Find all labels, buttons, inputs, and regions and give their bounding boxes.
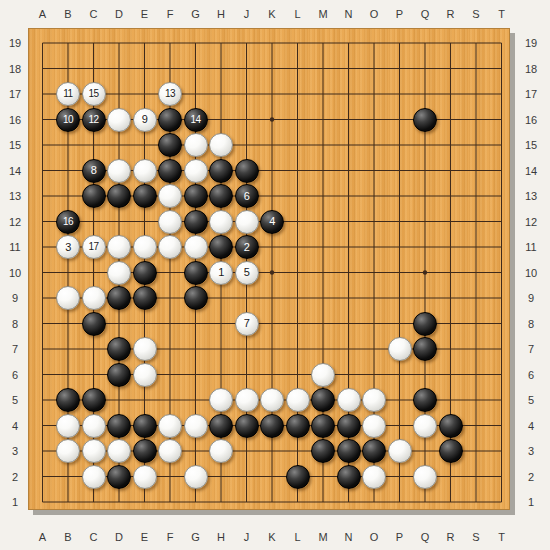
intersection-M12[interactable] <box>310 209 336 235</box>
intersection-N8[interactable] <box>336 311 362 337</box>
intersection-F8[interactable] <box>157 311 183 337</box>
intersection-O12[interactable] <box>361 209 387 235</box>
intersection-P11[interactable] <box>387 234 413 260</box>
intersection-S7[interactable] <box>463 336 489 362</box>
intersection-L17[interactable] <box>285 81 311 107</box>
intersection-H14 <box>208 158 234 184</box>
intersection-L6[interactable] <box>285 362 311 388</box>
intersection-H18[interactable] <box>208 56 234 82</box>
move-number: 15 <box>88 89 98 99</box>
intersection-T1[interactable] <box>489 489 515 515</box>
intersection-C7[interactable] <box>81 336 107 362</box>
intersection-S1[interactable] <box>463 489 489 515</box>
intersection-P10[interactable] <box>387 260 413 286</box>
intersection-M5 <box>310 387 336 413</box>
intersection-B11: 3 <box>55 234 81 260</box>
black-stone-E4 <box>133 414 157 438</box>
intersection-R2[interactable] <box>438 464 464 490</box>
intersection-G18[interactable] <box>183 56 209 82</box>
intersection-R4 <box>438 413 464 439</box>
col-label-top-A: A <box>39 8 46 20</box>
intersection-Q12[interactable] <box>412 209 438 235</box>
row-label-left-9: 9 <box>12 292 18 304</box>
intersection-J18[interactable] <box>234 56 260 82</box>
intersection-N13[interactable] <box>336 183 362 209</box>
white-stone-O4 <box>362 414 386 438</box>
intersection-K15[interactable] <box>259 132 285 158</box>
intersection-R12[interactable] <box>438 209 464 235</box>
intersection-R9[interactable] <box>438 285 464 311</box>
intersection-M18[interactable] <box>310 56 336 82</box>
intersection-E17[interactable] <box>132 81 158 107</box>
intersection-T4[interactable] <box>489 413 515 439</box>
black-stone-C8 <box>82 312 106 336</box>
intersection-N9[interactable] <box>336 285 362 311</box>
intersection-T18[interactable] <box>489 56 515 82</box>
row-label-right-4: 4 <box>528 420 534 432</box>
intersection-A14[interactable] <box>30 158 56 184</box>
intersection-E8[interactable] <box>132 311 158 337</box>
intersection-K11[interactable] <box>259 234 285 260</box>
intersection-S17[interactable] <box>463 81 489 107</box>
intersection-A12[interactable] <box>30 209 56 235</box>
intersection-E3 <box>132 438 158 464</box>
intersection-O17[interactable] <box>361 81 387 107</box>
intersection-D8[interactable] <box>106 311 132 337</box>
intersection-R7[interactable] <box>438 336 464 362</box>
intersection-K9[interactable] <box>259 285 285 311</box>
col-label-top-M: M <box>318 8 327 20</box>
intersection-O6[interactable] <box>361 362 387 388</box>
intersection-G3[interactable] <box>183 438 209 464</box>
intersection-M7[interactable] <box>310 336 336 362</box>
intersection-Q17[interactable] <box>412 81 438 107</box>
intersection-K2[interactable] <box>259 464 285 490</box>
intersection-R10[interactable] <box>438 260 464 286</box>
intersection-B6[interactable] <box>55 362 81 388</box>
intersection-T11[interactable] <box>489 234 515 260</box>
intersection-Q14[interactable] <box>412 158 438 184</box>
intersection-E18[interactable] <box>132 56 158 82</box>
intersection-Q19[interactable] <box>412 30 438 56</box>
intersection-T17[interactable] <box>489 81 515 107</box>
intersection-D5[interactable] <box>106 387 132 413</box>
intersection-T12[interactable] <box>489 209 515 235</box>
intersection-L9[interactable] <box>285 285 311 311</box>
intersection-E15[interactable] <box>132 132 158 158</box>
intersection-B14[interactable] <box>55 158 81 184</box>
intersection-H16[interactable] <box>208 107 234 133</box>
intersection-O2 <box>361 464 387 490</box>
intersection-F5[interactable] <box>157 387 183 413</box>
intersection-R18[interactable] <box>438 56 464 82</box>
intersection-Q18[interactable] <box>412 56 438 82</box>
intersection-O14[interactable] <box>361 158 387 184</box>
intersection-Q8 <box>412 311 438 337</box>
intersection-M2[interactable] <box>310 464 336 490</box>
intersection-O7[interactable] <box>361 336 387 362</box>
col-label-bottom-E: E <box>141 531 148 543</box>
intersection-M9[interactable] <box>310 285 336 311</box>
intersection-R19[interactable] <box>438 30 464 56</box>
intersection-A1[interactable] <box>30 489 56 515</box>
white-stone-E11 <box>133 235 157 259</box>
intersection-K1[interactable] <box>259 489 285 515</box>
intersection-L12[interactable] <box>285 209 311 235</box>
intersection-P8[interactable] <box>387 311 413 337</box>
intersection-S12[interactable] <box>463 209 489 235</box>
intersection-P19[interactable] <box>387 30 413 56</box>
intersection-A7[interactable] <box>30 336 56 362</box>
intersection-H8[interactable] <box>208 311 234 337</box>
intersection-S11[interactable] <box>463 234 489 260</box>
intersection-S9[interactable] <box>463 285 489 311</box>
intersection-O11[interactable] <box>361 234 387 260</box>
intersection-H9[interactable] <box>208 285 234 311</box>
intersection-S18[interactable] <box>463 56 489 82</box>
intersection-K13[interactable] <box>259 183 285 209</box>
intersection-H1[interactable] <box>208 489 234 515</box>
intersection-K12: 4 <box>259 209 285 235</box>
white-stone-D11 <box>107 235 131 259</box>
row-label-left-13: 13 <box>9 190 21 202</box>
intersection-C1[interactable] <box>81 489 107 515</box>
intersection-P16[interactable] <box>387 107 413 133</box>
intersection-A9[interactable] <box>30 285 56 311</box>
intersection-N12[interactable] <box>336 209 362 235</box>
intersection-P3 <box>387 438 413 464</box>
intersection-J2[interactable] <box>234 464 260 490</box>
intersection-B8[interactable] <box>55 311 81 337</box>
row-label-right-16: 16 <box>525 114 537 126</box>
intersection-Q9[interactable] <box>412 285 438 311</box>
intersection-M11[interactable] <box>310 234 336 260</box>
intersection-T7[interactable] <box>489 336 515 362</box>
intersection-M13[interactable] <box>310 183 336 209</box>
intersection-R16[interactable] <box>438 107 464 133</box>
intersection-R17[interactable] <box>438 81 464 107</box>
intersection-B15[interactable] <box>55 132 81 158</box>
intersection-P17[interactable] <box>387 81 413 107</box>
intersection-Q15[interactable] <box>412 132 438 158</box>
intersection-K6[interactable] <box>259 362 285 388</box>
intersection-A8[interactable] <box>30 311 56 337</box>
intersection-J9[interactable] <box>234 285 260 311</box>
intersection-K7[interactable] <box>259 336 285 362</box>
intersection-B19[interactable] <box>55 30 81 56</box>
intersection-A15[interactable] <box>30 132 56 158</box>
intersection-M16[interactable] <box>310 107 336 133</box>
intersection-F19[interactable] <box>157 30 183 56</box>
intersection-C6[interactable] <box>81 362 107 388</box>
intersection-J17[interactable] <box>234 81 260 107</box>
intersection-R8[interactable] <box>438 311 464 337</box>
intersection-B10[interactable] <box>55 260 81 286</box>
intersection-N11[interactable] <box>336 234 362 260</box>
intersection-O19[interactable] <box>361 30 387 56</box>
intersection-E5[interactable] <box>132 387 158 413</box>
intersection-R1[interactable] <box>438 489 464 515</box>
intersection-M8[interactable] <box>310 311 336 337</box>
intersection-J1[interactable] <box>234 489 260 515</box>
intersection-L3[interactable] <box>285 438 311 464</box>
intersection-P4[interactable] <box>387 413 413 439</box>
intersection-F2[interactable] <box>157 464 183 490</box>
intersection-O9[interactable] <box>361 285 387 311</box>
intersection-J19[interactable] <box>234 30 260 56</box>
intersection-L13[interactable] <box>285 183 311 209</box>
intersection-M17[interactable] <box>310 81 336 107</box>
intersection-O13[interactable] <box>361 183 387 209</box>
row-label-right-9: 9 <box>528 292 534 304</box>
intersection-C19[interactable] <box>81 30 107 56</box>
intersection-P9[interactable] <box>387 285 413 311</box>
intersection-G5[interactable] <box>183 387 209 413</box>
intersection-P5[interactable] <box>387 387 413 413</box>
intersection-T16[interactable] <box>489 107 515 133</box>
intersection-L7[interactable] <box>285 336 311 362</box>
intersection-T15[interactable] <box>489 132 515 158</box>
intersection-N6[interactable] <box>336 362 362 388</box>
intersection-D18[interactable] <box>106 56 132 82</box>
intersection-L11[interactable] <box>285 234 311 260</box>
intersection-E1[interactable] <box>132 489 158 515</box>
intersection-M14[interactable] <box>310 158 336 184</box>
intersection-T3[interactable] <box>489 438 515 464</box>
intersection-Q1[interactable] <box>412 489 438 515</box>
intersection-R15[interactable] <box>438 132 464 158</box>
intersection-T2[interactable] <box>489 464 515 490</box>
intersection-K3[interactable] <box>259 438 285 464</box>
white-stone-H10: 1 <box>209 261 233 285</box>
intersection-S3[interactable] <box>463 438 489 464</box>
intersection-O15[interactable] <box>361 132 387 158</box>
intersection-A3[interactable] <box>30 438 56 464</box>
intersection-A13[interactable] <box>30 183 56 209</box>
intersection-C12[interactable] <box>81 209 107 235</box>
intersection-L1[interactable] <box>285 489 311 515</box>
intersection-J6[interactable] <box>234 362 260 388</box>
intersection-Q3[interactable] <box>412 438 438 464</box>
intersection-K16[interactable] <box>259 107 285 133</box>
intersection-N15[interactable] <box>336 132 362 158</box>
intersection-G1[interactable] <box>183 489 209 515</box>
intersection-A10[interactable] <box>30 260 56 286</box>
intersection-S19[interactable] <box>463 30 489 56</box>
go-board[interactable]: 1115131012914861643172157 <box>28 28 510 510</box>
intersection-N1[interactable] <box>336 489 362 515</box>
intersection-C18[interactable] <box>81 56 107 82</box>
intersection-H5 <box>208 387 234 413</box>
intersection-C10[interactable] <box>81 260 107 286</box>
intersection-K18[interactable] <box>259 56 285 82</box>
intersection-T9[interactable] <box>489 285 515 311</box>
intersection-P13[interactable] <box>387 183 413 209</box>
intersection-A19[interactable] <box>30 30 56 56</box>
intersection-N19[interactable] <box>336 30 362 56</box>
intersection-F9[interactable] <box>157 285 183 311</box>
intersection-D15[interactable] <box>106 132 132 158</box>
intersection-O1[interactable] <box>361 489 387 515</box>
intersection-K10[interactable] <box>259 260 285 286</box>
intersection-C4 <box>81 413 107 439</box>
intersection-A2[interactable] <box>30 464 56 490</box>
intersection-T19[interactable] <box>489 30 515 56</box>
row-label-right-12: 12 <box>525 216 537 228</box>
intersection-F1[interactable] <box>157 489 183 515</box>
intersection-L18[interactable] <box>285 56 311 82</box>
intersection-R13[interactable] <box>438 183 464 209</box>
intersection-G19[interactable] <box>183 30 209 56</box>
intersection-F18[interactable] <box>157 56 183 82</box>
intersection-S15[interactable] <box>463 132 489 158</box>
intersection-H7[interactable] <box>208 336 234 362</box>
intersection-S8[interactable] <box>463 311 489 337</box>
intersection-K17[interactable] <box>259 81 285 107</box>
intersection-S6[interactable] <box>463 362 489 388</box>
row-label-left-8: 8 <box>12 318 18 330</box>
intersection-D17[interactable] <box>106 81 132 107</box>
intersection-P15[interactable] <box>387 132 413 158</box>
intersection-A6[interactable] <box>30 362 56 388</box>
intersection-B13[interactable] <box>55 183 81 209</box>
intersection-T5[interactable] <box>489 387 515 413</box>
intersection-L15[interactable] <box>285 132 311 158</box>
intersection-H4 <box>208 413 234 439</box>
intersection-H15 <box>208 132 234 158</box>
intersection-D1[interactable] <box>106 489 132 515</box>
intersection-H17[interactable] <box>208 81 234 107</box>
intersection-G7[interactable] <box>183 336 209 362</box>
intersection-S16[interactable] <box>463 107 489 133</box>
intersection-H19[interactable] <box>208 30 234 56</box>
intersection-O18[interactable] <box>361 56 387 82</box>
intersection-Q6[interactable] <box>412 362 438 388</box>
intersection-J16[interactable] <box>234 107 260 133</box>
intersection-A16[interactable] <box>30 107 56 133</box>
intersection-A18[interactable] <box>30 56 56 82</box>
intersection-R11[interactable] <box>438 234 464 260</box>
intersection-C15[interactable] <box>81 132 107 158</box>
intersection-L16[interactable] <box>285 107 311 133</box>
black-stone-K4 <box>260 414 284 438</box>
intersection-M15[interactable] <box>310 132 336 158</box>
intersection-A11[interactable] <box>30 234 56 260</box>
intersection-E12[interactable] <box>132 209 158 235</box>
row-label-right-18: 18 <box>525 63 537 75</box>
intersection-S2[interactable] <box>463 464 489 490</box>
intersection-P2[interactable] <box>387 464 413 490</box>
intersection-D19[interactable] <box>106 30 132 56</box>
intersection-J15[interactable] <box>234 132 260 158</box>
white-stone-G2 <box>184 465 208 489</box>
intersection-F6[interactable] <box>157 362 183 388</box>
intersection-N17[interactable] <box>336 81 362 107</box>
intersection-F10[interactable] <box>157 260 183 286</box>
intersection-H6[interactable] <box>208 362 234 388</box>
intersection-T8[interactable] <box>489 311 515 337</box>
intersection-P1[interactable] <box>387 489 413 515</box>
intersection-O10[interactable] <box>361 260 387 286</box>
intersection-H12 <box>208 209 234 235</box>
intersection-N18[interactable] <box>336 56 362 82</box>
intersection-Q13[interactable] <box>412 183 438 209</box>
intersection-A17[interactable] <box>30 81 56 107</box>
intersection-P12[interactable] <box>387 209 413 235</box>
move-number: 12 <box>88 115 98 125</box>
intersection-B18[interactable] <box>55 56 81 82</box>
intersection-L19[interactable] <box>285 30 311 56</box>
intersection-B1[interactable] <box>55 489 81 515</box>
intersection-Q11[interactable] <box>412 234 438 260</box>
intersection-H2[interactable] <box>208 464 234 490</box>
intersection-N16[interactable] <box>336 107 362 133</box>
intersection-N10[interactable] <box>336 260 362 286</box>
intersection-A5[interactable] <box>30 387 56 413</box>
intersection-S5[interactable] <box>463 387 489 413</box>
intersection-T10[interactable] <box>489 260 515 286</box>
intersection-F7[interactable] <box>157 336 183 362</box>
row-label-left-15: 15 <box>9 139 21 151</box>
intersection-Q5 <box>412 387 438 413</box>
intersection-K14[interactable] <box>259 158 285 184</box>
intersection-T13[interactable] <box>489 183 515 209</box>
intersection-P6[interactable] <box>387 362 413 388</box>
intersection-J7[interactable] <box>234 336 260 362</box>
intersection-R14[interactable] <box>438 158 464 184</box>
intersection-K8[interactable] <box>259 311 285 337</box>
intersection-N7[interactable] <box>336 336 362 362</box>
intersection-G6[interactable] <box>183 362 209 388</box>
intersection-S10[interactable] <box>463 260 489 286</box>
intersection-O16[interactable] <box>361 107 387 133</box>
intersection-O8[interactable] <box>361 311 387 337</box>
intersection-B2[interactable] <box>55 464 81 490</box>
intersection-J3[interactable] <box>234 438 260 464</box>
intersection-C14: 8 <box>81 158 107 184</box>
row-label-right-5: 5 <box>528 394 534 406</box>
intersection-L8[interactable] <box>285 311 311 337</box>
intersection-Q10[interactable] <box>412 260 438 286</box>
intersection-A4[interactable] <box>30 413 56 439</box>
intersection-R6[interactable] <box>438 362 464 388</box>
intersection-S14[interactable] <box>463 158 489 184</box>
intersection-E19[interactable] <box>132 30 158 56</box>
intersection-L14[interactable] <box>285 158 311 184</box>
intersection-T6[interactable] <box>489 362 515 388</box>
intersection-P18[interactable] <box>387 56 413 82</box>
intersection-D12[interactable] <box>106 209 132 235</box>
white-stone-F13 <box>158 184 182 208</box>
intersection-J5 <box>234 387 260 413</box>
intersection-C13 <box>81 183 107 209</box>
intersection-S4[interactable] <box>463 413 489 439</box>
intersection-P14[interactable] <box>387 158 413 184</box>
intersection-C8 <box>81 311 107 337</box>
intersection-G8[interactable] <box>183 311 209 337</box>
intersection-R5[interactable] <box>438 387 464 413</box>
intersection-M1[interactable] <box>310 489 336 515</box>
intersection-M19[interactable] <box>310 30 336 56</box>
intersection-B7[interactable] <box>55 336 81 362</box>
intersection-T14[interactable] <box>489 158 515 184</box>
intersection-M10[interactable] <box>310 260 336 286</box>
intersection-S13[interactable] <box>463 183 489 209</box>
intersection-K19[interactable] <box>259 30 285 56</box>
intersection-L10[interactable] <box>285 260 311 286</box>
intersection-G17[interactable] <box>183 81 209 107</box>
intersection-N14[interactable] <box>336 158 362 184</box>
